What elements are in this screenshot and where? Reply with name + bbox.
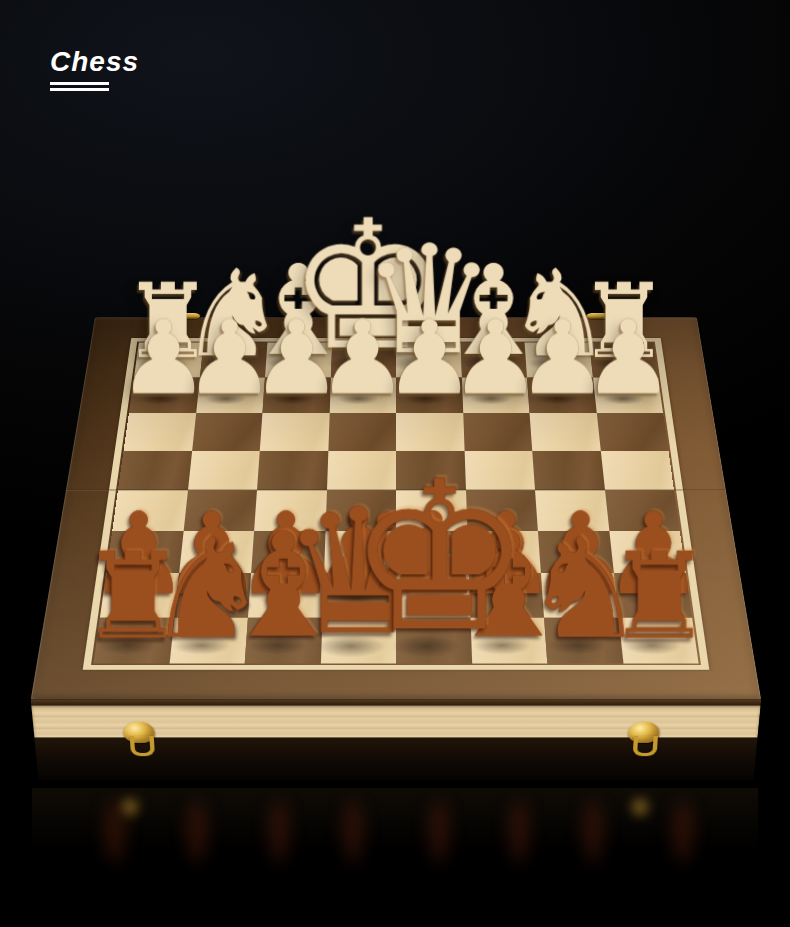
square-c7: ♟ (468, 573, 544, 617)
piece-shadow (404, 591, 453, 606)
square-g8: ♞ (169, 617, 248, 663)
square-h3 (124, 413, 196, 451)
square-f2: ♟ (262, 377, 330, 413)
chess-logo: Chess (50, 48, 139, 91)
square-e7: ♟ (322, 573, 396, 617)
pawn-glyph: ♟ (127, 502, 297, 606)
square-f5 (254, 490, 326, 531)
brass-clasp-right (627, 722, 660, 762)
pawn-glyph: ♟ (201, 502, 371, 606)
square-d2: ♟ (396, 377, 463, 413)
piece-shadow (109, 591, 159, 606)
chess-board-scene: ♜♞♝♚♛♝♞♜♟♟♟♟♟♟♟♟♟♟♟♟♟♟♟♟♜♞♝♛♚♝♞♜ (66, 160, 726, 820)
square-f4 (257, 451, 328, 490)
square-d7: ♟ (396, 573, 470, 617)
pawn-glyph: ♟ (495, 502, 665, 606)
piece-shadow (471, 635, 535, 655)
piece-shadow (545, 635, 609, 655)
square-e6 (324, 531, 396, 573)
square-a7: ♟ (613, 573, 692, 617)
board-front-edge (31, 700, 762, 781)
piece-shadow (477, 591, 526, 606)
piece-shadow (95, 635, 160, 655)
square-g3 (192, 413, 263, 451)
page-background: Chess ♜♞♝♚♛♝♞♜♟♟♟♟♟♟♟♟♟♟♟♟♟♟♟♟♜♞♝♛♚♝♞♜ (0, 0, 790, 927)
logo-text: Chess (50, 48, 139, 76)
square-b8: ♞ (544, 617, 623, 663)
square-g4 (188, 451, 260, 490)
square-c1: ♝ (460, 343, 527, 378)
clasp-plate (628, 722, 660, 743)
piece-shadow (200, 356, 256, 371)
square-c6 (467, 531, 541, 573)
square-e2: ♟ (329, 377, 396, 413)
square-a4 (600, 451, 674, 490)
square-d1: ♛ (396, 343, 462, 378)
brass-hinge-right (586, 313, 610, 319)
clasp-hook (633, 736, 658, 756)
piece-shadow (461, 356, 516, 371)
square-b4 (532, 451, 604, 490)
square-a3 (596, 413, 668, 451)
square-g1: ♞ (199, 343, 267, 378)
square-a6 (609, 531, 686, 573)
piece-shadow (325, 355, 389, 373)
piece-shadow (390, 355, 454, 373)
logo-underline-1 (50, 82, 109, 85)
piece-reflection (582, 800, 604, 862)
piece-shadow (623, 591, 673, 606)
piece-shadow (135, 356, 191, 371)
brass-hinge-left (176, 313, 200, 319)
piece-shadow (525, 356, 581, 371)
square-f8: ♝ (245, 617, 322, 663)
piece-shadow (256, 591, 305, 606)
square-f1: ♝ (265, 343, 332, 378)
square-d5 (396, 490, 467, 531)
piece-shadow (245, 635, 309, 655)
square-b6 (538, 531, 613, 573)
piece-reflection (342, 800, 364, 862)
clasp-hook (130, 736, 155, 756)
brass-clasp-left (123, 722, 156, 762)
square-a1: ♜ (589, 343, 658, 378)
square-c5 (466, 490, 538, 531)
piece-shadow (550, 591, 600, 606)
square-h8: ♜ (93, 617, 174, 663)
square-e8: ♛ (320, 617, 396, 663)
square-e4 (327, 451, 397, 490)
square-h7: ♟ (100, 573, 179, 617)
square-b3 (530, 413, 601, 451)
clasp-plate (123, 722, 155, 743)
square-b7: ♟ (541, 573, 618, 617)
square-d4 (396, 451, 466, 490)
square-h2: ♟ (129, 377, 200, 413)
pawn-glyph: ♟ (274, 502, 444, 606)
square-e1: ♚ (330, 343, 396, 378)
square-d6 (396, 531, 468, 573)
piece-shadow (620, 635, 685, 655)
chess-board: ♜♞♝♚♛♝♞♜♟♟♟♟♟♟♟♟♟♟♟♟♟♟♟♟♜♞♝♛♚♝♞♜ (31, 317, 762, 699)
piece-shadow (389, 634, 463, 658)
piece-reflection (508, 800, 530, 862)
pawn-glyph: ♟ (422, 502, 592, 606)
square-b5 (535, 490, 609, 531)
piece-reflection (672, 800, 694, 862)
square-g2: ♟ (196, 377, 265, 413)
square-f7: ♟ (248, 573, 324, 617)
square-c3 (463, 413, 532, 451)
square-d8: ♚ (396, 617, 472, 663)
square-b2: ♟ (527, 377, 596, 413)
piece-reflection (186, 800, 208, 862)
square-a5 (605, 490, 680, 531)
logo-underline-2 (50, 88, 109, 91)
square-f6 (251, 531, 325, 573)
square-e3 (328, 413, 396, 451)
square-h5 (112, 490, 187, 531)
square-c2: ♟ (462, 377, 530, 413)
square-g5 (183, 490, 257, 531)
clasp-reflection-right (628, 792, 652, 822)
piece-reflection (428, 800, 450, 862)
square-b1: ♞ (525, 343, 593, 378)
square-g6 (179, 531, 254, 573)
piece-shadow (183, 591, 233, 606)
piece-reflection (268, 800, 290, 862)
square-a2: ♟ (593, 377, 664, 413)
square-c8: ♝ (470, 617, 547, 663)
piece-shadow (330, 591, 379, 606)
piece-shadow (265, 356, 320, 371)
square-c4 (464, 451, 535, 490)
piece-reflection (104, 800, 126, 862)
pawn-glyph: ♟ (348, 502, 518, 606)
square-g7: ♟ (174, 573, 251, 617)
square-e5 (325, 490, 396, 531)
piece-shadow (170, 635, 234, 655)
square-a8: ♜ (618, 617, 699, 663)
square-h1: ♜ (134, 343, 203, 378)
square-h6 (106, 531, 183, 573)
piece-shadow (590, 356, 646, 371)
piece-shadow (314, 634, 388, 658)
square-h4 (118, 451, 192, 490)
square-d3 (396, 413, 464, 451)
square-f3 (260, 413, 329, 451)
